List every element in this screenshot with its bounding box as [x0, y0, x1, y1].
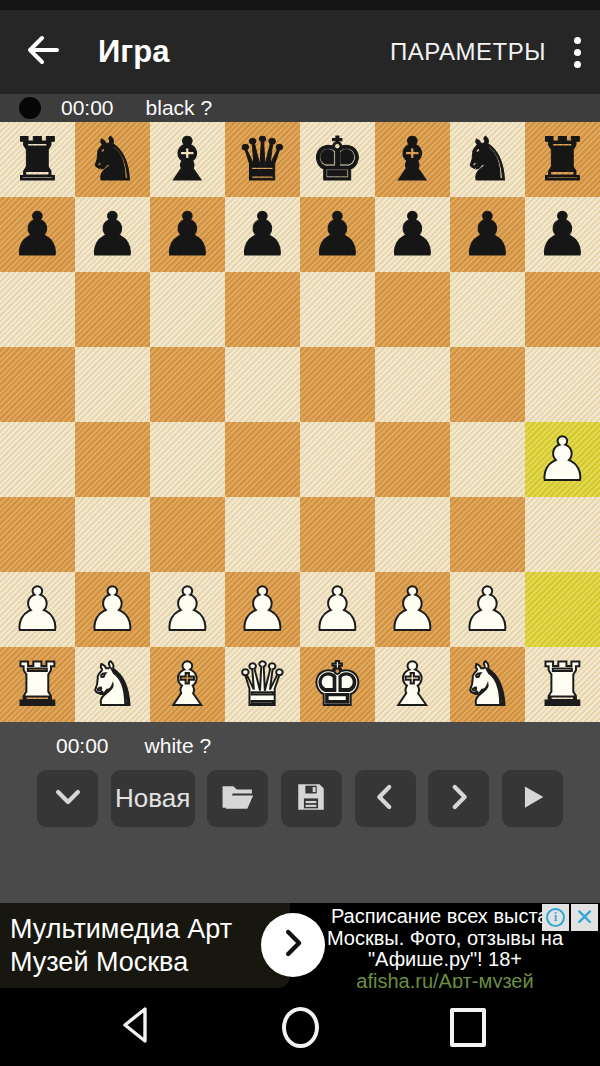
- square-h1[interactable]: ♜: [525, 647, 600, 722]
- piece-white-queen: ♛: [236, 647, 290, 722]
- square-f3[interactable]: [375, 497, 450, 572]
- square-f2[interactable]: ♟: [375, 572, 450, 647]
- folder-open-icon: [219, 780, 257, 818]
- piece-black-knight: ♞: [86, 122, 140, 197]
- square-e8[interactable]: ♚: [300, 122, 375, 197]
- piece-black-pawn: ♟: [311, 197, 365, 272]
- piece-white-pawn: ♟: [86, 572, 140, 647]
- square-f4[interactable]: [375, 422, 450, 497]
- white-clock-row: 00:00 white ?: [0, 730, 600, 762]
- square-a3[interactable]: [0, 497, 75, 572]
- piece-white-pawn: ♟: [536, 422, 590, 497]
- overflow-menu-button[interactable]: [562, 24, 592, 80]
- square-c5[interactable]: [150, 347, 225, 422]
- piece-black-pawn: ♟: [11, 197, 65, 272]
- square-b6[interactable]: [75, 272, 150, 347]
- open-game-button[interactable]: [207, 770, 268, 827]
- square-b8[interactable]: ♞: [75, 122, 150, 197]
- black-player-disc-icon: [19, 97, 41, 119]
- square-c7[interactable]: ♟: [150, 197, 225, 272]
- square-a4[interactable]: [0, 422, 75, 497]
- ad-left-text-line2: Музей Москва: [10, 946, 290, 979]
- nav-home-button[interactable]: [265, 988, 335, 1066]
- piece-black-queen: ♛: [236, 122, 290, 197]
- square-a6[interactable]: [0, 272, 75, 347]
- square-d3[interactable]: [225, 497, 300, 572]
- square-f7[interactable]: ♟: [375, 197, 450, 272]
- chess-app-screen: Игра ПАРАМЕТРЫ 00:00 black ? ♜♞♝♛♚♝♞♜♟♟♟…: [0, 0, 600, 1066]
- status-bar: [0, 0, 600, 10]
- square-g4[interactable]: [450, 422, 525, 497]
- info-icon: i: [546, 908, 565, 927]
- control-area: 00:00 white ? Новая: [0, 722, 600, 903]
- game-toolbar: Новая: [37, 770, 563, 827]
- square-c2[interactable]: ♟: [150, 572, 225, 647]
- square-h2[interactable]: [525, 572, 600, 647]
- black-clock-row: 00:00 black ?: [0, 94, 600, 122]
- square-e1[interactable]: ♚: [300, 647, 375, 722]
- square-c4[interactable]: [150, 422, 225, 497]
- square-e3[interactable]: [300, 497, 375, 572]
- square-f1[interactable]: ♝: [375, 647, 450, 722]
- square-e7[interactable]: ♟: [300, 197, 375, 272]
- piece-black-bishop: ♝: [161, 122, 215, 197]
- piece-white-bishop: ♝: [161, 647, 215, 722]
- chevron-right-circle-icon: [278, 926, 308, 964]
- square-g6[interactable]: [450, 272, 525, 347]
- piece-white-king: ♚: [311, 647, 365, 722]
- square-a8[interactable]: ♜: [0, 122, 75, 197]
- square-a5[interactable]: [0, 347, 75, 422]
- square-g3[interactable]: [450, 497, 525, 572]
- square-b3[interactable]: [75, 497, 150, 572]
- save-icon: [294, 780, 328, 818]
- piece-black-pawn: ♟: [536, 197, 590, 272]
- piece-white-rook: ♜: [536, 647, 590, 722]
- square-e4[interactable]: [300, 422, 375, 497]
- square-f6[interactable]: [375, 272, 450, 347]
- square-g5[interactable]: [450, 347, 525, 422]
- square-f5[interactable]: [375, 347, 450, 422]
- square-h7[interactable]: ♟: [525, 197, 600, 272]
- square-d6[interactable]: [225, 272, 300, 347]
- back-button[interactable]: [20, 29, 66, 75]
- square-b7[interactable]: ♟: [75, 197, 150, 272]
- square-d1[interactable]: ♛: [225, 647, 300, 722]
- piece-black-bishop: ♝: [386, 122, 440, 197]
- square-a1[interactable]: ♜: [0, 647, 75, 722]
- app-bar: Игра ПАРАМЕТРЫ: [0, 10, 600, 94]
- piece-white-pawn: ♟: [161, 572, 215, 647]
- square-h8[interactable]: ♜: [525, 122, 600, 197]
- square-c1[interactable]: ♝: [150, 647, 225, 722]
- ad-info-button[interactable]: i: [542, 904, 569, 931]
- piece-white-knight: ♞: [461, 647, 515, 722]
- square-e6[interactable]: [300, 272, 375, 347]
- piece-white-pawn: ♟: [11, 572, 65, 647]
- piece-white-knight: ♞: [86, 647, 140, 722]
- square-d8[interactable]: ♛: [225, 122, 300, 197]
- back-triangle-icon: [118, 1003, 152, 1051]
- square-f8[interactable]: ♝: [375, 122, 450, 197]
- square-c6[interactable]: [150, 272, 225, 347]
- square-b2[interactable]: ♟: [75, 572, 150, 647]
- square-e2[interactable]: ♟: [300, 572, 375, 647]
- chess-board[interactable]: ♜♞♝♛♚♝♞♜♟♟♟♟♟♟♟♟♟♟♟♟♟♟♟♟♜♞♝♛♚♝♞♜: [0, 122, 600, 722]
- square-g1[interactable]: ♞: [450, 647, 525, 722]
- dots-vertical-icon: [574, 37, 581, 44]
- piece-white-pawn: ♟: [386, 572, 440, 647]
- piece-black-rook: ♜: [536, 122, 590, 197]
- chevron-left-icon: [368, 780, 402, 818]
- square-b4[interactable]: [75, 422, 150, 497]
- piece-black-knight: ♞: [461, 122, 515, 197]
- white-clock-time: 00:00: [56, 734, 109, 758]
- save-game-button[interactable]: [281, 770, 342, 827]
- piece-black-pawn: ♟: [236, 197, 290, 272]
- square-a2[interactable]: ♟: [0, 572, 75, 647]
- ad-left-panel[interactable]: Мультимедиа Арт Музей Москва: [0, 903, 290, 988]
- nav-back-button[interactable]: [100, 988, 170, 1066]
- square-c3[interactable]: [150, 497, 225, 572]
- piece-white-rook: ♜: [11, 647, 65, 722]
- square-h4[interactable]: ♟: [525, 422, 600, 497]
- square-g7[interactable]: ♟: [450, 197, 525, 272]
- nav-recents-button[interactable]: [433, 988, 503, 1066]
- close-icon: ✕: [575, 906, 594, 929]
- square-e5[interactable]: [300, 347, 375, 422]
- ad-link[interactable]: afisha.ru/Арт-музей: [290, 971, 600, 989]
- new-game-button[interactable]: Новая: [111, 770, 195, 827]
- recents-square-icon: [450, 1008, 486, 1047]
- square-d5[interactable]: [225, 347, 300, 422]
- ad-close-button[interactable]: ✕: [571, 904, 598, 931]
- square-g8[interactable]: ♞: [450, 122, 525, 197]
- ad-cta-button[interactable]: [261, 913, 325, 977]
- ad-banner[interactable]: Мультимедиа Арт Музей Москва Расписание …: [0, 903, 600, 988]
- piece-white-pawn: ♟: [236, 572, 290, 647]
- home-circle-icon: [282, 1007, 319, 1048]
- square-d2[interactable]: ♟: [225, 572, 300, 647]
- previous-move-button[interactable]: [355, 770, 416, 827]
- adchoices-controls: i ✕: [542, 904, 598, 931]
- android-nav-bar: [0, 988, 600, 1066]
- piece-black-pawn: ♟: [461, 197, 515, 272]
- piece-white-pawn: ♟: [461, 572, 515, 647]
- square-h5[interactable]: [525, 347, 600, 422]
- parameters-button[interactable]: ПАРАМЕТРЫ: [390, 38, 546, 66]
- play-icon: [515, 780, 549, 818]
- chevron-right-icon: [442, 780, 476, 818]
- white-player-name: white ?: [145, 734, 212, 758]
- piece-black-pawn: ♟: [86, 197, 140, 272]
- piece-white-pawn: ♟: [311, 572, 365, 647]
- arrow-left-icon: [24, 33, 62, 71]
- new-game-label: Новая: [115, 783, 190, 814]
- play-button[interactable]: [502, 770, 563, 827]
- piece-black-pawn: ♟: [161, 197, 215, 272]
- next-move-button[interactable]: [428, 770, 489, 827]
- chevron-down-icon: [51, 780, 85, 818]
- ad-text-line3: "Афише.ру"! 18+: [290, 949, 600, 971]
- square-g2[interactable]: ♟: [450, 572, 525, 647]
- page-title: Игра: [98, 34, 169, 70]
- square-h3[interactable]: [525, 497, 600, 572]
- black-player-name: black ?: [146, 96, 213, 120]
- square-a7[interactable]: ♟: [0, 197, 75, 272]
- collapse-button[interactable]: [37, 770, 98, 827]
- piece-black-king: ♚: [311, 122, 365, 197]
- black-clock-time: 00:00: [61, 96, 114, 120]
- square-b5[interactable]: [75, 347, 150, 422]
- ad-left-text-line1: Мультимедиа Арт: [10, 913, 290, 946]
- piece-white-bishop: ♝: [386, 647, 440, 722]
- square-d7[interactable]: ♟: [225, 197, 300, 272]
- square-h6[interactable]: [525, 272, 600, 347]
- piece-black-rook: ♜: [11, 122, 65, 197]
- square-b1[interactable]: ♞: [75, 647, 150, 722]
- square-d4[interactable]: [225, 422, 300, 497]
- piece-black-pawn: ♟: [386, 197, 440, 272]
- square-c8[interactable]: ♝: [150, 122, 225, 197]
